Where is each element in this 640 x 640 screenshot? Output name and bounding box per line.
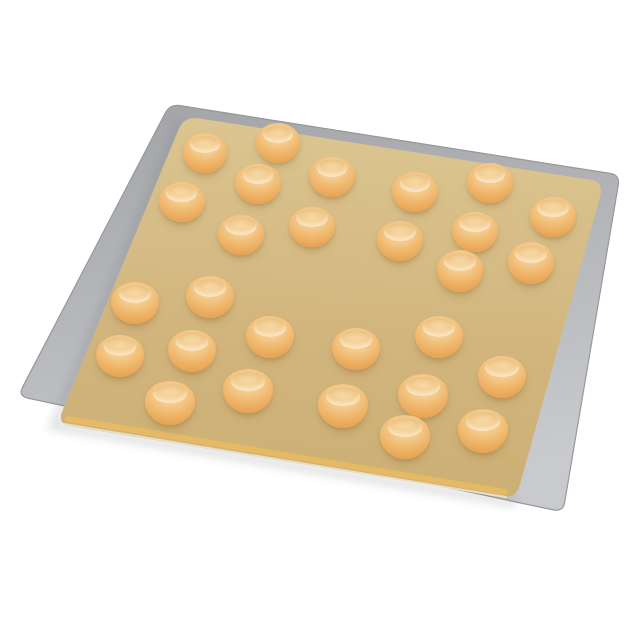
bumper <box>530 197 576 237</box>
bumper-top-face <box>190 136 220 153</box>
bumper <box>309 157 354 197</box>
bumper <box>159 182 205 222</box>
bumper-top-face <box>254 318 287 337</box>
bumper-top-face <box>231 372 264 391</box>
bumper <box>223 369 272 412</box>
bumper-top-face <box>340 330 373 349</box>
bumper-top-face <box>153 384 186 403</box>
bumper <box>289 207 335 248</box>
bumper-top-face <box>400 174 431 192</box>
bumper <box>332 328 380 370</box>
product-photo-scene <box>0 0 640 640</box>
bumper-top-face <box>243 166 274 184</box>
bumper <box>183 133 228 172</box>
bumper <box>392 172 437 212</box>
bumper <box>437 250 484 291</box>
bumper-top-face <box>176 332 209 351</box>
bumper <box>415 316 463 358</box>
bumper <box>145 381 194 424</box>
bumper-top-face <box>485 358 518 377</box>
bumper <box>186 276 233 318</box>
bumper-top-face <box>537 199 568 217</box>
bumper-top-face <box>444 253 476 271</box>
bumper-top-face <box>388 418 422 437</box>
bumper-top-face <box>459 214 490 232</box>
bumper-top-face <box>423 318 456 337</box>
bumper <box>467 163 512 203</box>
bumper-top-face <box>475 165 506 183</box>
bumpers-layer <box>0 0 640 640</box>
bumper <box>218 215 264 256</box>
bumper <box>235 164 280 204</box>
bumper <box>380 415 430 459</box>
bumper-top-face <box>166 184 197 202</box>
bumper-top-face <box>466 412 500 431</box>
bumper-top-face <box>326 387 360 406</box>
bumper-top-face <box>317 159 348 176</box>
bumper <box>452 212 498 253</box>
bumper <box>96 335 144 378</box>
bumper-top-face <box>104 337 137 356</box>
bumper-top-face <box>384 223 416 241</box>
bumper-top-face <box>194 279 226 297</box>
bumper-top-face <box>263 126 293 143</box>
bumper-top-face <box>119 285 151 303</box>
bumper <box>478 356 527 399</box>
bumper <box>318 384 367 427</box>
bumper-top-face <box>225 217 256 235</box>
bumper <box>168 330 216 373</box>
bumper <box>398 374 447 417</box>
bumper <box>256 123 301 162</box>
bumper-top-face <box>296 209 327 227</box>
bumper <box>377 221 423 262</box>
bumper-top-face <box>406 377 439 396</box>
bumper <box>508 242 555 283</box>
bumper <box>246 316 294 358</box>
bumper-top-face <box>515 245 547 263</box>
bumper <box>458 409 508 453</box>
bumper <box>111 282 158 324</box>
